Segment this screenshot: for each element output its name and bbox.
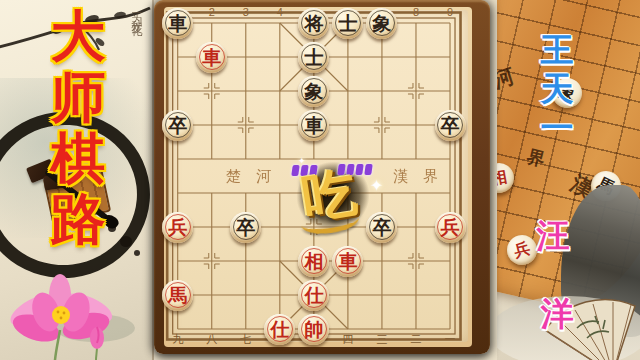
piece-black-general[interactable]: 将 [298,8,329,39]
piece-glyph: 車 [202,48,221,67]
piece-glyph: 仕 [270,320,289,339]
piece-red-soldier[interactable]: 兵 [435,212,466,243]
player-name-top: 王 天 一 [537,30,577,147]
piece-black-soldier[interactable]: 卒 [162,110,193,141]
calligraphy-column: 为一种文化 [129,4,144,19]
piece-glyph: 卒 [372,218,391,237]
piece-glyph: 車 [338,252,357,271]
left-art-panel: 为一种文化 大 师 棋 路 [0,0,154,360]
piece-red-horse[interactable]: 馬 [162,280,193,311]
piece-glyph: 士 [338,14,357,33]
piece-glyph: 士 [304,48,323,67]
piece-glyph: 帥 [304,320,323,339]
piece-black-chariot[interactable]: 車 [162,8,193,39]
piece-red-elephant[interactable]: 相 [298,246,329,277]
title-char: 棋 [45,128,111,189]
piece-red-soldier[interactable]: 兵 [162,212,193,243]
piece-black-soldier[interactable]: 卒 [435,110,466,141]
title-char: 大 [45,6,111,67]
piece-glyph: 車 [168,14,187,33]
piece-glyph: 兵 [441,218,460,237]
piece-black-chariot[interactable]: 車 [298,110,329,141]
piece-red-chariot[interactable]: 車 [196,42,227,73]
player-name-bottom-2: 洋 [537,294,577,333]
piece-black-elephant[interactable]: 象 [298,76,329,107]
right-art-panel: 河 界 漢 象 相 兵 馬 王 天 一 汪 洋 [497,0,640,360]
piece-glyph: 卒 [236,218,255,237]
piece-glyph: 馬 [168,286,187,305]
ink-splatter [134,250,140,256]
piece-red-advisor[interactable]: 仕 [264,314,295,345]
piece-black-soldier[interactable]: 卒 [230,212,261,243]
piece-glyph: 車 [304,116,323,135]
piece-glyph: 相 [304,252,323,271]
piece-glyph: 卒 [168,116,187,135]
piece-glyph: 将 [304,14,323,33]
title-char: 师 [45,67,111,128]
player-name-bottom-1: 汪 [533,216,573,255]
piece-glyph: 兵 [168,218,187,237]
piece-glyph: 卒 [441,116,460,135]
piece-glyph: 仕 [304,286,323,305]
xiangqi-board[interactable]: 123456789 九八七六五四三二一 楚河 漢界 車将士象車士象卒車卒兵卒卒兵… [152,0,497,360]
channel-title: 大 师 棋 路 [45,6,111,250]
piece-grid: 車将士象車士象卒車卒兵卒卒兵相車馬仕仕帥 [161,6,467,346]
piece-black-elephant[interactable]: 象 [366,8,397,39]
piece-glyph: 象 [304,82,323,101]
title-char: 路 [45,189,111,250]
piece-black-advisor[interactable]: 士 [298,42,329,73]
piece-red-chariot[interactable]: 車 [332,246,363,277]
piece-red-general[interactable]: 帥 [298,314,329,345]
piece-glyph: 象 [372,14,391,33]
piece-black-advisor[interactable]: 士 [332,8,363,39]
piece-red-advisor[interactable]: 仕 [298,280,329,311]
piece-black-soldier[interactable]: 卒 [366,212,397,243]
ink-splatter [120,236,132,247]
lotus-flower-art [0,268,152,360]
video-thumbnail: 为一种文化 大 师 棋 路 [0,0,640,360]
